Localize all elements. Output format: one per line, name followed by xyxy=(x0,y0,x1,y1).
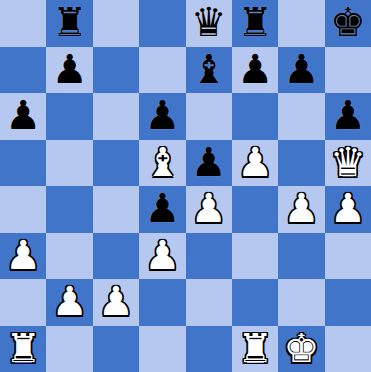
white-pawn[interactable]: ♟ xyxy=(237,142,273,182)
square-g3[interactable] xyxy=(278,233,324,280)
chess-board: ♜♛♜♚♟♝♟♟♟♟♟♝♟♟♛♟♟♟♟♟♟♟♟♜♜♚ xyxy=(0,0,371,372)
white-pawn[interactable]: ♟ xyxy=(284,188,320,228)
white-queen[interactable]: ♛ xyxy=(330,142,366,182)
square-b7[interactable]: ♟ xyxy=(46,47,92,94)
square-g6[interactable] xyxy=(278,93,324,140)
white-pawn[interactable]: ♟ xyxy=(330,188,366,228)
square-a6[interactable]: ♟ xyxy=(0,93,46,140)
square-c2[interactable]: ♟ xyxy=(93,279,139,326)
square-f3[interactable] xyxy=(232,233,278,280)
square-c8[interactable] xyxy=(93,0,139,47)
black-pawn[interactable]: ♟ xyxy=(330,95,366,135)
square-a1[interactable]: ♜ xyxy=(0,326,46,372)
square-c7[interactable] xyxy=(93,47,139,94)
square-c6[interactable] xyxy=(93,93,139,140)
square-a2[interactable] xyxy=(0,279,46,326)
square-d8[interactable] xyxy=(139,0,185,47)
black-pawn[interactable]: ♟ xyxy=(52,49,88,89)
square-d6[interactable]: ♟ xyxy=(139,93,185,140)
square-b3[interactable] xyxy=(46,233,92,280)
black-pawn[interactable]: ♟ xyxy=(144,188,180,228)
square-h8[interactable]: ♚ xyxy=(325,0,371,47)
square-e5[interactable]: ♟ xyxy=(186,140,232,187)
square-e3[interactable] xyxy=(186,233,232,280)
square-a5[interactable] xyxy=(0,140,46,187)
white-pawn[interactable]: ♟ xyxy=(144,235,180,275)
black-pawn[interactable]: ♟ xyxy=(284,49,320,89)
square-d3[interactable]: ♟ xyxy=(139,233,185,280)
white-pawn[interactable]: ♟ xyxy=(98,281,134,321)
square-b8[interactable]: ♜ xyxy=(46,0,92,47)
square-d5[interactable]: ♝ xyxy=(139,140,185,187)
square-a8[interactable] xyxy=(0,0,46,47)
square-c4[interactable] xyxy=(93,186,139,233)
square-b4[interactable] xyxy=(46,186,92,233)
square-b5[interactable] xyxy=(46,140,92,187)
square-g4[interactable]: ♟ xyxy=(278,186,324,233)
square-e7[interactable]: ♝ xyxy=(186,47,232,94)
black-rook[interactable]: ♜ xyxy=(237,2,273,42)
square-f2[interactable] xyxy=(232,279,278,326)
white-pawn[interactable]: ♟ xyxy=(5,235,41,275)
square-d4[interactable]: ♟ xyxy=(139,186,185,233)
square-h4[interactable]: ♟ xyxy=(325,186,371,233)
square-h6[interactable]: ♟ xyxy=(325,93,371,140)
square-f5[interactable]: ♟ xyxy=(232,140,278,187)
white-rook[interactable]: ♜ xyxy=(5,328,41,368)
square-g8[interactable] xyxy=(278,0,324,47)
black-pawn[interactable]: ♟ xyxy=(144,95,180,135)
square-g1[interactable]: ♚ xyxy=(278,326,324,372)
white-rook[interactable]: ♜ xyxy=(237,328,273,368)
white-king[interactable]: ♚ xyxy=(284,328,320,368)
white-pawn[interactable]: ♟ xyxy=(52,281,88,321)
square-b2[interactable]: ♟ xyxy=(46,279,92,326)
square-e4[interactable]: ♟ xyxy=(186,186,232,233)
black-pawn[interactable]: ♟ xyxy=(237,49,273,89)
square-g2[interactable] xyxy=(278,279,324,326)
square-c3[interactable] xyxy=(93,233,139,280)
square-h1[interactable] xyxy=(325,326,371,372)
square-a7[interactable] xyxy=(0,47,46,94)
square-c5[interactable] xyxy=(93,140,139,187)
square-b1[interactable] xyxy=(46,326,92,372)
black-bishop[interactable]: ♝ xyxy=(191,49,227,89)
square-h5[interactable]: ♛ xyxy=(325,140,371,187)
black-pawn[interactable]: ♟ xyxy=(5,95,41,135)
square-d1[interactable] xyxy=(139,326,185,372)
black-pawn[interactable]: ♟ xyxy=(191,142,227,182)
square-e2[interactable] xyxy=(186,279,232,326)
square-h3[interactable] xyxy=(325,233,371,280)
square-f8[interactable]: ♜ xyxy=(232,0,278,47)
square-h2[interactable] xyxy=(325,279,371,326)
square-a4[interactable] xyxy=(0,186,46,233)
square-f7[interactable]: ♟ xyxy=(232,47,278,94)
square-g5[interactable] xyxy=(278,140,324,187)
white-bishop[interactable]: ♝ xyxy=(144,142,180,182)
black-queen[interactable]: ♛ xyxy=(191,2,227,42)
square-f4[interactable] xyxy=(232,186,278,233)
square-b6[interactable] xyxy=(46,93,92,140)
square-a3[interactable]: ♟ xyxy=(0,233,46,280)
square-d7[interactable] xyxy=(139,47,185,94)
square-e8[interactable]: ♛ xyxy=(186,0,232,47)
square-e1[interactable] xyxy=(186,326,232,372)
square-c1[interactable] xyxy=(93,326,139,372)
white-pawn[interactable]: ♟ xyxy=(191,188,227,228)
square-d2[interactable] xyxy=(139,279,185,326)
black-king[interactable]: ♚ xyxy=(330,2,366,42)
square-h7[interactable] xyxy=(325,47,371,94)
square-e6[interactable] xyxy=(186,93,232,140)
black-rook[interactable]: ♜ xyxy=(52,2,88,42)
square-f6[interactable] xyxy=(232,93,278,140)
square-f1[interactable]: ♜ xyxy=(232,326,278,372)
square-g7[interactable]: ♟ xyxy=(278,47,324,94)
